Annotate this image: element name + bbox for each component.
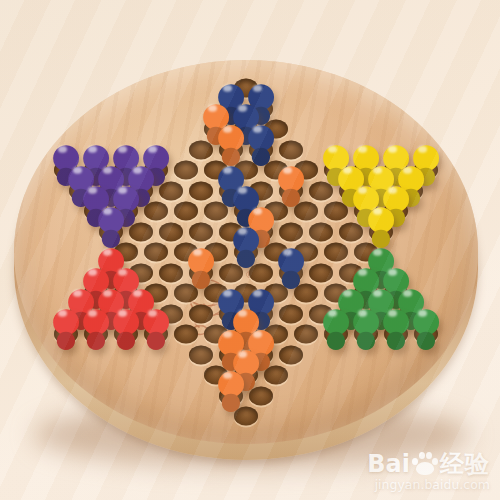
peg-blue[interactable]: ●●: [274, 244, 308, 283]
peg-red[interactable]: ●●: [109, 306, 143, 345]
board-hole: [324, 243, 348, 262]
baidu-watermark: Bai 经验 jingyan.baidu.com: [367, 452, 490, 492]
watermark-url: jingyan.baidu.com: [367, 477, 490, 492]
board-hole: [174, 161, 198, 180]
board-hole: [279, 345, 303, 364]
peg-blue[interactable]: ●●: [244, 121, 278, 160]
board-holes: ●●●●●●●●●●●●●●●●●●●●●●●●●●●●●●●●●●●●●●●●…: [0, 0, 500, 500]
baidu-logo-text: Bai: [367, 452, 410, 476]
jingyan-product-text: 经验: [440, 452, 490, 476]
baidu-paw-icon: [412, 452, 438, 476]
peg-red[interactable]: ●●: [49, 306, 83, 345]
peg-green[interactable]: ●●: [409, 306, 443, 345]
peg-green[interactable]: ●●: [319, 306, 353, 345]
peg-red[interactable]: ●●: [139, 306, 173, 345]
board-hole: [174, 202, 198, 221]
peg-orange[interactable]: ●●: [184, 244, 218, 283]
board-hole: [159, 263, 183, 282]
peg-orange[interactable]: ●●: [274, 162, 308, 201]
board-hole: [174, 325, 198, 344]
peg-red[interactable]: ●●: [79, 306, 113, 345]
baidu-logo: Bai 经验: [367, 452, 490, 476]
board-hole: [189, 181, 213, 200]
photo-background: ® ●●●●●●●●●●●●●●●●●●●●●●●●●●●●●●●●●●●●●●…: [0, 0, 500, 500]
board-hole: [309, 263, 333, 282]
board-hole: [189, 345, 213, 364]
peg-blue[interactable]: ●●: [229, 224, 263, 263]
board-hole: [144, 243, 168, 262]
peg-green[interactable]: ●●: [379, 306, 413, 345]
board-hole: [189, 304, 213, 323]
peg-green[interactable]: ●●: [349, 306, 383, 345]
peg-orange[interactable]: ●●: [214, 367, 248, 406]
board-hole: [279, 304, 303, 323]
board-hole: [309, 222, 333, 241]
board-hole: [294, 325, 318, 344]
board-hole: [159, 222, 183, 241]
